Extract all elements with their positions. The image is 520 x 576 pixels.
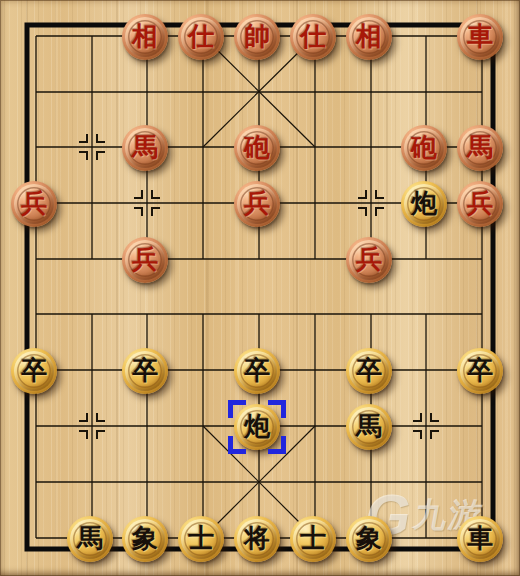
piece-black-cannon[interactable]: 炮	[401, 181, 447, 227]
piece-glyph: 卒	[467, 358, 493, 384]
piece-glyph: 兵	[244, 191, 270, 217]
piece-black-elephant[interactable]: 象	[346, 516, 392, 562]
piece-glyph: 兵	[356, 247, 382, 273]
piece-glyph: 帥	[244, 24, 270, 50]
piece-glyph: 将	[244, 526, 270, 552]
piece-red-advisor[interactable]: 仕	[290, 14, 336, 60]
piece-red-soldier[interactable]: 兵	[346, 237, 392, 283]
piece-glyph: 兵	[21, 191, 47, 217]
piece-red-soldier[interactable]: 兵	[457, 181, 503, 227]
piece-glyph: 象	[132, 526, 158, 552]
piece-black-soldier[interactable]: 卒	[234, 348, 280, 394]
piece-red-horse[interactable]: 馬	[457, 125, 503, 171]
piece-glyph: 馬	[77, 526, 103, 552]
pieces-layer: 相仕帥仕相車馬砲砲馬兵兵炮兵兵兵卒卒卒卒卒炮馬馬象士将士象車	[0, 0, 520, 576]
piece-glyph: 卒	[356, 358, 382, 384]
piece-red-soldier[interactable]: 兵	[234, 181, 280, 227]
piece-red-chariot[interactable]: 車	[457, 14, 503, 60]
piece-black-soldier[interactable]: 卒	[346, 348, 392, 394]
piece-glyph: 炮	[411, 191, 437, 217]
piece-black-soldier[interactable]: 卒	[11, 348, 57, 394]
piece-red-elephant[interactable]: 相	[122, 14, 168, 60]
piece-glyph: 卒	[21, 358, 47, 384]
piece-glyph: 兵	[467, 191, 493, 217]
piece-glyph: 兵	[132, 247, 158, 273]
piece-glyph: 仕	[188, 24, 214, 50]
piece-glyph: 砲	[411, 135, 437, 161]
piece-black-advisor[interactable]: 士	[290, 516, 336, 562]
piece-glyph: 馬	[467, 135, 493, 161]
piece-black-advisor[interactable]: 士	[178, 516, 224, 562]
piece-glyph: 仕	[300, 24, 326, 50]
piece-glyph: 士	[300, 526, 326, 552]
piece-glyph: 砲	[244, 135, 270, 161]
piece-red-elephant[interactable]: 相	[346, 14, 392, 60]
piece-black-elephant[interactable]: 象	[122, 516, 168, 562]
piece-red-soldier[interactable]: 兵	[122, 237, 168, 283]
piece-glyph: 士	[188, 526, 214, 552]
piece-glyph: 卒	[244, 358, 270, 384]
piece-red-cannon[interactable]: 砲	[401, 125, 447, 171]
piece-glyph: 相	[356, 24, 382, 50]
piece-red-cannon[interactable]: 砲	[234, 125, 280, 171]
xiangqi-app-screen: G 九游 相仕帥仕相車馬砲砲馬兵兵炮兵兵兵卒卒卒卒卒炮馬馬象士将士象車	[0, 0, 520, 576]
piece-black-soldier[interactable]: 卒	[122, 348, 168, 394]
piece-black-horse[interactable]: 馬	[67, 516, 113, 562]
piece-red-advisor[interactable]: 仕	[178, 14, 224, 60]
piece-red-general[interactable]: 帥	[234, 14, 280, 60]
piece-red-horse[interactable]: 馬	[122, 125, 168, 171]
piece-glyph: 馬	[132, 135, 158, 161]
piece-black-chariot[interactable]: 車	[457, 516, 503, 562]
piece-glyph: 象	[356, 526, 382, 552]
piece-black-soldier[interactable]: 卒	[457, 348, 503, 394]
piece-glyph: 炮	[244, 414, 270, 440]
piece-glyph: 車	[467, 526, 493, 552]
piece-glyph: 車	[467, 24, 493, 50]
piece-black-cannon[interactable]: 炮	[234, 404, 280, 450]
piece-red-soldier[interactable]: 兵	[11, 181, 57, 227]
piece-glyph: 馬	[356, 414, 382, 440]
piece-black-general[interactable]: 将	[234, 516, 280, 562]
piece-black-horse[interactable]: 馬	[346, 404, 392, 450]
piece-glyph: 相	[132, 24, 158, 50]
piece-glyph: 卒	[132, 358, 158, 384]
